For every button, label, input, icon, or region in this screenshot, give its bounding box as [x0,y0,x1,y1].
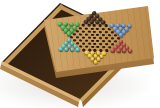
teal-peg[interactable] [64,47,69,51]
teal-peg[interactable] [58,47,63,51]
red-peg[interactable] [128,49,133,53]
board-cell[interactable] [127,50,133,53]
checkers-board[interactable] [55,11,134,65]
red-peg[interactable] [110,48,115,52]
red-peg[interactable] [116,48,121,52]
yellow-peg[interactable] [93,60,98,64]
photo-scene [0,0,160,108]
teal-peg[interactable] [70,47,75,51]
teal-peg[interactable] [76,47,81,51]
red-peg[interactable] [122,48,127,52]
board-cell[interactable] [93,61,99,64]
